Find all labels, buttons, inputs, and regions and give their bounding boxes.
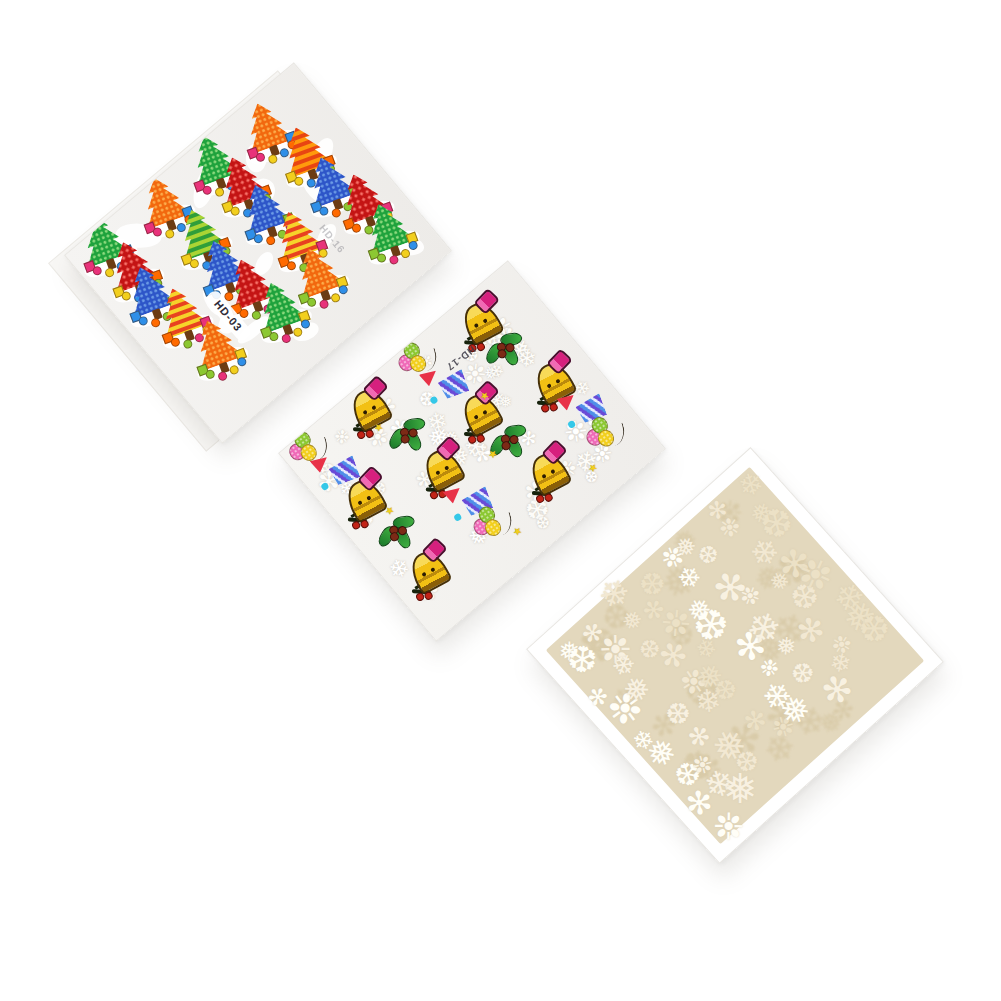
tree-sticker-blue — [293, 148, 369, 226]
tree-sticker-ry-stripe — [261, 201, 337, 279]
snowflake-shadow: ✻ — [567, 622, 622, 677]
snowflake: ❅ — [482, 293, 500, 313]
balloons-sticker — [282, 422, 337, 478]
bell-sticker — [331, 466, 399, 533]
star-sticker: ★ — [478, 389, 491, 402]
snowflake: ❅ — [706, 722, 754, 773]
snowflake: ✻ — [776, 544, 812, 586]
white-ink-blob — [199, 286, 227, 319]
snowflake: ❆ — [787, 577, 824, 617]
snowflake: ❄ — [625, 724, 658, 758]
white-ink-blob — [194, 237, 227, 270]
tree-sticker-green — [351, 194, 427, 272]
holly-sticker — [371, 510, 424, 559]
snowflake-shadow: ❆ — [595, 595, 638, 638]
party-sticker — [441, 473, 495, 525]
white-ink-blob — [115, 222, 163, 248]
snowflake: ❆ — [634, 633, 665, 665]
snowflake-shadow: ❉ — [764, 545, 816, 597]
snowflake: ✻ — [655, 636, 693, 677]
tree-sticker-red-glitter — [96, 233, 172, 311]
snowflake: ❆ — [522, 493, 554, 528]
snowflake: ❆ — [851, 606, 896, 653]
white-ink-blob — [189, 163, 221, 212]
bell-sticker — [447, 380, 515, 447]
snowflake-shadow: ❉ — [709, 492, 750, 534]
snowflake: ❆ — [316, 459, 339, 483]
bell-sticker — [515, 439, 583, 506]
snowflake: ❄ — [485, 342, 504, 362]
balloons-sticker — [392, 333, 447, 389]
star-sticker: ★ — [486, 447, 499, 460]
snowflake: ❄ — [757, 675, 800, 720]
tree-sticker-green — [244, 273, 320, 351]
snowflake: ✻ — [584, 683, 612, 713]
snowflake: ❆ — [370, 479, 389, 500]
white-ink-blob — [104, 235, 140, 262]
snowflake-shadow: ❄ — [763, 603, 817, 658]
snowflake-sticker-area: ❄❅❆✻❉❄❅❆✻❉❄❅❆✻❉❄❅❆✻❉❄❅❆✻❅✻❄❆❉❅✻❄❆❉❅✻❄❆❉❅… — [546, 467, 924, 844]
tree-sticker-blue — [228, 175, 304, 253]
bell-sticker — [409, 436, 477, 503]
snowflake: ❅ — [747, 499, 775, 530]
snowflake: ✻ — [732, 627, 769, 669]
snowflake: ❅ — [499, 394, 513, 411]
snowflake: ❅ — [558, 639, 580, 665]
white-ink-blob — [246, 143, 268, 172]
snowflake: ❉ — [333, 428, 350, 448]
snowflake: ❆ — [671, 756, 706, 794]
party-sticker — [555, 381, 609, 433]
snowflake: ❆ — [661, 695, 697, 733]
snowflake: ❅ — [723, 769, 758, 810]
snowflake: ❉ — [605, 686, 645, 732]
snowflake-shadow: ❅ — [666, 522, 705, 561]
snowflake: ❆ — [462, 345, 480, 365]
snowflake: ✻ — [387, 414, 415, 444]
holly-sticker — [381, 412, 434, 461]
white-ink-blob — [245, 174, 279, 209]
snowflake-shadow: ❆ — [673, 743, 721, 792]
white-ink-blob — [306, 135, 338, 173]
tree-sticker-orange — [180, 311, 256, 389]
white-ink-blob — [291, 319, 322, 345]
snowflake: ❄ — [739, 602, 791, 655]
tree-sticker-orange — [230, 94, 306, 172]
bell-sticker — [447, 288, 515, 355]
snowflake: ❆ — [696, 541, 721, 569]
snowflake: ✻ — [371, 392, 402, 424]
snowflake: ❅ — [775, 634, 797, 659]
snowflake: ❄ — [828, 649, 854, 678]
snowflake: ❄ — [571, 376, 593, 400]
snowflake-shadow: ✻ — [758, 691, 808, 741]
snowflake: ❉ — [457, 356, 492, 391]
bell-sticker — [336, 375, 404, 442]
white-ink-blob — [214, 306, 246, 338]
snowflake: ❉ — [555, 457, 580, 484]
snowflake-shadow: ❉ — [674, 741, 724, 791]
snowflake: ❆ — [582, 467, 602, 487]
snowflake: ✻ — [788, 609, 831, 651]
snowflake: ❆ — [730, 745, 765, 781]
snowflake: ✻ — [684, 720, 714, 753]
snowflake-shadow: ❅ — [813, 705, 849, 741]
white-ink-blob — [378, 230, 425, 259]
snowflake: ❉ — [587, 440, 617, 471]
snowflake: ❆ — [633, 565, 670, 604]
snowflake: ❅ — [690, 657, 729, 697]
snowflake: ❄ — [592, 571, 639, 618]
snowflake-shadow: ❄ — [606, 679, 646, 720]
snowflake: ❅ — [616, 670, 655, 711]
snowflake: ✻ — [684, 787, 714, 822]
tree-sticker-red-glitter — [205, 148, 281, 226]
snowflake: ❆ — [565, 640, 599, 679]
snowflake: ❅ — [672, 532, 703, 564]
snowflake: ❄ — [827, 575, 874, 622]
snowflake: ❅ — [502, 334, 538, 371]
snowflake: ❆ — [687, 600, 734, 651]
snowflake: ❉ — [584, 409, 612, 440]
snowflake: ✻ — [524, 478, 548, 505]
snowflake: ✻ — [706, 497, 729, 523]
snowflake: ✻ — [413, 467, 437, 493]
snowflake: ❉ — [589, 626, 639, 676]
snowflake: ❅ — [682, 593, 717, 629]
snowflake: ❉ — [758, 655, 780, 680]
snowflake-shadow: ✻ — [717, 713, 771, 767]
snowflake-shadow: ❄ — [757, 725, 805, 773]
snowflake: ✻ — [813, 666, 859, 713]
snowflake: ❄ — [516, 347, 538, 372]
snowflake: ❅ — [482, 387, 510, 415]
snowflake-shadow: ❆ — [676, 664, 730, 719]
product-photo: HD-03 HD-16 ❄❅❆✻❉❄❅❆✻❉❄❅❆✻❉❄❅❆✻❉❄❅❆✻❉❄❅❆… — [0, 0, 1001, 1001]
party-sticker — [417, 357, 471, 409]
snowflake: ❉ — [736, 581, 764, 611]
snowflake-shadow: ❆ — [663, 616, 701, 655]
snowflake: ❉ — [829, 632, 854, 660]
snowflake: ❄ — [693, 685, 723, 719]
bell-sticker — [395, 537, 463, 604]
tree-sticker-blue — [113, 257, 189, 335]
snowflake: ❉ — [686, 750, 716, 781]
snowflake-shadow: ❅ — [653, 555, 707, 610]
snowflake: ❉ — [484, 312, 515, 347]
tree-sticker-yg-stripe — [164, 200, 240, 278]
snowflake: ✻ — [317, 468, 342, 497]
white-ink-blob — [234, 313, 272, 348]
tree-sticker-red-glitter — [326, 165, 402, 243]
snowflake: ❅ — [617, 606, 648, 637]
white-ink-blob — [299, 174, 333, 208]
snowflake: ❄ — [607, 648, 643, 685]
snowflake: ❄ — [744, 531, 785, 574]
tree-sticker-red-glitter — [214, 250, 290, 328]
star-sticker: ★ — [511, 525, 524, 538]
snowflake: ❄ — [465, 324, 496, 356]
snowflake: ✻ — [519, 429, 537, 449]
snowflake: ❆ — [786, 656, 818, 691]
snowflake-shadow: ✻ — [645, 706, 684, 745]
snowflake: ❉ — [766, 710, 799, 745]
snowflake: ❅ — [480, 363, 502, 386]
snowflake: ❄ — [735, 468, 767, 503]
white-ink-blob — [314, 171, 340, 203]
holly-sticker — [479, 327, 532, 376]
snowflake-shadow: ❉ — [686, 747, 730, 791]
snowflake-shadow: ❄ — [778, 547, 823, 593]
snowflake-shadow: ❄ — [786, 697, 835, 747]
snowflake: ❉ — [704, 802, 752, 850]
snowflake: ❅ — [464, 521, 493, 552]
tree-sticker-orange — [127, 168, 203, 246]
snowflake: ✻ — [412, 576, 442, 608]
balloons-sticker — [466, 497, 521, 553]
snowflake: ❄ — [690, 633, 722, 665]
bell-sticker — [520, 349, 588, 416]
snowflake: ✻ — [708, 563, 754, 612]
snowflake: ✻ — [638, 594, 670, 627]
snowflake: ❅ — [421, 421, 454, 455]
snowflake: ❉ — [557, 414, 593, 451]
snowflake: ❅ — [437, 425, 464, 453]
party-sticker — [308, 442, 362, 494]
snowflake-shadow: ❆ — [580, 619, 625, 664]
white-ink-blob — [251, 249, 276, 278]
snowflake: ❄ — [486, 360, 507, 383]
white-ink-blob — [314, 220, 340, 249]
balloons-sticker — [579, 408, 634, 464]
snowflake: ❅ — [838, 595, 880, 641]
holly-sticker — [483, 419, 536, 468]
snowflake-shadow: ❅ — [748, 558, 790, 600]
snowflake: ❄ — [457, 429, 492, 465]
snowflake: ❆ — [353, 507, 377, 531]
snowflake: ❆ — [479, 324, 507, 351]
tree-sticker-orange — [281, 238, 357, 316]
snowflake: ❉ — [416, 352, 435, 371]
snowflake: ❉ — [656, 541, 688, 576]
snowflake: ❄ — [573, 447, 600, 478]
star-sticker: ★ — [587, 462, 600, 475]
snowflake: ❄ — [383, 553, 414, 585]
snowflake: ❉ — [362, 422, 393, 454]
snowflake: ❉ — [654, 600, 700, 647]
snowflake-shadow: ❅ — [747, 626, 792, 672]
star-sticker: ★ — [372, 421, 385, 434]
snowflake: ❅ — [772, 687, 817, 733]
snowflake: ❅ — [642, 732, 680, 774]
snowflake: ❄ — [426, 409, 451, 437]
snowflake: ❄ — [672, 560, 706, 596]
tree-sticker-red-stripe — [268, 118, 344, 196]
snowflake: ✻ — [741, 706, 769, 737]
snowflake: ❉ — [677, 664, 711, 702]
snowflake: ❉ — [793, 550, 839, 600]
snowflake: ✻ — [467, 438, 497, 468]
snowflake: ❄ — [338, 478, 358, 500]
snowflake: ❆ — [533, 513, 553, 534]
snowflake: ❉ — [718, 514, 743, 542]
tree-sticker-ry-stripe — [145, 278, 221, 356]
snowflake: ✻ — [578, 619, 606, 650]
snowflake-shadow: ✻ — [827, 694, 861, 728]
snowflake: ❆ — [708, 672, 743, 707]
snowflake: ❄ — [696, 761, 742, 807]
snowflake: ❆ — [756, 501, 797, 546]
snowflake: ❅ — [764, 566, 793, 596]
tree-sticker-blue — [187, 231, 263, 309]
tree-sticker-green — [176, 127, 252, 205]
star-sticker: ★ — [383, 504, 396, 517]
snowflake: ✻ — [492, 321, 522, 352]
snowflake: ❅ — [444, 442, 472, 473]
snowflake: ❆ — [416, 387, 440, 412]
